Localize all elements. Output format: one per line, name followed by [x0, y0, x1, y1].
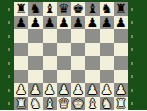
piece-white-king[interactable]: ♚	[72, 97, 84, 110]
square-b1[interactable]: ♞	[28, 97, 42, 111]
piece-black-pawn[interactable]: ♟	[15, 16, 27, 29]
square-a3[interactable]	[14, 70, 28, 84]
square-g2[interactable]: ♟	[100, 83, 114, 97]
square-d6[interactable]	[57, 29, 71, 43]
left-rank-tick-4	[8, 62, 10, 65]
right-rank-tick-3	[131, 75, 133, 78]
square-h1[interactable]: ♜	[114, 97, 128, 111]
square-f1[interactable]: ♝	[85, 97, 99, 111]
piece-white-rook[interactable]: ♜	[115, 97, 127, 110]
piece-white-pawn[interactable]: ♟	[87, 83, 99, 96]
square-d8[interactable]: ♛	[57, 2, 71, 16]
right-rank-tick-4	[131, 62, 133, 65]
square-g7[interactable]: ♟	[100, 16, 114, 30]
left-rank-tick-2	[8, 89, 10, 92]
square-e6[interactable]	[71, 29, 85, 43]
left-rank-tick-6	[8, 35, 10, 38]
square-g6[interactable]	[100, 29, 114, 43]
piece-black-rook[interactable]: ♜	[115, 2, 127, 15]
left-rank-tick-8	[8, 8, 10, 11]
chess-app-window: ♜♞♝♛♚♝♞♜♟♟♟♟♟♟♟♟♟♟♟♟♟♟♟♟♜♞♝♛♚♝♞♜	[0, 0, 147, 110]
square-h5[interactable]	[114, 43, 128, 57]
square-f7[interactable]: ♟	[85, 16, 99, 30]
piece-white-bishop[interactable]: ♝	[44, 97, 56, 110]
left-rank-tick-3	[8, 75, 10, 78]
square-e1[interactable]: ♚	[71, 97, 85, 111]
piece-black-queen[interactable]: ♛	[58, 2, 70, 15]
piece-black-pawn[interactable]: ♟	[101, 16, 113, 29]
square-d5[interactable]	[57, 43, 71, 57]
square-a6[interactable]	[14, 29, 28, 43]
square-e2[interactable]: ♟	[71, 83, 85, 97]
piece-black-knight[interactable]: ♞	[101, 2, 113, 15]
square-b5[interactable]	[28, 43, 42, 57]
piece-white-bishop[interactable]: ♝	[87, 97, 99, 110]
right-rank-tick-1	[131, 102, 133, 105]
left-rank-tick-1	[8, 102, 10, 105]
square-f5[interactable]	[85, 43, 99, 57]
piece-white-pawn[interactable]: ♟	[101, 83, 113, 96]
square-a1[interactable]: ♜	[14, 97, 28, 111]
left-rank-tick-7	[8, 21, 10, 24]
square-a8[interactable]: ♜	[14, 2, 28, 16]
square-g3[interactable]	[100, 70, 114, 84]
square-c1[interactable]: ♝	[43, 97, 57, 111]
square-a5[interactable]	[14, 43, 28, 57]
square-c5[interactable]	[43, 43, 57, 57]
square-f4[interactable]	[85, 56, 99, 70]
square-h4[interactable]	[114, 56, 128, 70]
square-c4[interactable]	[43, 56, 57, 70]
square-e8[interactable]: ♚	[71, 2, 85, 16]
piece-white-rook[interactable]: ♜	[15, 97, 27, 110]
square-a2[interactable]: ♟	[14, 83, 28, 97]
piece-black-pawn[interactable]: ♟	[30, 16, 42, 29]
square-f6[interactable]	[85, 29, 99, 43]
square-h7[interactable]: ♟	[114, 16, 128, 30]
square-b2[interactable]: ♟	[28, 83, 42, 97]
square-e3[interactable]	[71, 70, 85, 84]
piece-black-pawn[interactable]: ♟	[58, 16, 70, 29]
piece-white-pawn[interactable]: ♟	[115, 83, 127, 96]
square-b4[interactable]	[28, 56, 42, 70]
right-rank-tick-8	[131, 8, 133, 11]
piece-black-pawn[interactable]: ♟	[115, 16, 127, 29]
square-h3[interactable]	[114, 70, 128, 84]
square-e7[interactable]: ♟	[71, 16, 85, 30]
piece-black-pawn[interactable]: ♟	[44, 16, 56, 29]
square-d2[interactable]: ♟	[57, 83, 71, 97]
piece-black-bishop[interactable]: ♝	[44, 2, 56, 15]
square-c3[interactable]	[43, 70, 57, 84]
square-g8[interactable]: ♞	[100, 2, 114, 16]
square-b8[interactable]: ♞	[28, 2, 42, 16]
piece-white-knight[interactable]: ♞	[101, 97, 113, 110]
right-rank-tick-5	[131, 48, 133, 51]
square-b6[interactable]	[28, 29, 42, 43]
piece-white-pawn[interactable]: ♟	[72, 83, 84, 96]
square-a7[interactable]: ♟	[14, 16, 28, 30]
chess-board: ♜♞♝♛♚♝♞♜♟♟♟♟♟♟♟♟♟♟♟♟♟♟♟♟♜♞♝♛♚♝♞♜	[14, 2, 128, 110]
square-d4[interactable]	[57, 56, 71, 70]
square-d3[interactable]	[57, 70, 71, 84]
right-rank-tick-2	[131, 89, 133, 92]
square-g4[interactable]	[100, 56, 114, 70]
piece-white-knight[interactable]: ♞	[30, 97, 42, 110]
square-h6[interactable]	[114, 29, 128, 43]
piece-white-queen[interactable]: ♛	[58, 97, 70, 110]
right-rank-tick-6	[131, 35, 133, 38]
piece-black-pawn[interactable]: ♟	[87, 16, 99, 29]
piece-white-pawn[interactable]: ♟	[58, 83, 70, 96]
piece-white-pawn[interactable]: ♟	[44, 83, 56, 96]
piece-black-pawn[interactable]: ♟	[72, 16, 84, 29]
piece-black-king[interactable]: ♚	[72, 2, 84, 15]
left-rank-tick-5	[8, 48, 10, 51]
square-b7[interactable]: ♟	[28, 16, 42, 30]
square-c7[interactable]: ♟	[43, 16, 57, 30]
square-h8[interactable]: ♜	[114, 2, 128, 16]
square-b3[interactable]	[28, 70, 42, 84]
square-e5[interactable]	[71, 43, 85, 57]
square-g5[interactable]	[100, 43, 114, 57]
square-f8[interactable]: ♝	[85, 2, 99, 16]
piece-black-bishop[interactable]: ♝	[87, 2, 99, 15]
piece-white-pawn[interactable]: ♟	[15, 83, 27, 96]
square-f3[interactable]	[85, 70, 99, 84]
square-d1[interactable]: ♛	[57, 97, 71, 111]
square-c8[interactable]: ♝	[43, 2, 57, 16]
square-e4[interactable]	[71, 56, 85, 70]
square-c6[interactable]	[43, 29, 57, 43]
square-g1[interactable]: ♞	[100, 97, 114, 111]
right-rank-tick-7	[131, 21, 133, 24]
square-d7[interactable]: ♟	[57, 16, 71, 30]
piece-black-rook[interactable]: ♜	[15, 2, 27, 15]
square-a4[interactable]	[14, 56, 28, 70]
square-h2[interactable]: ♟	[114, 83, 128, 97]
square-f2[interactable]: ♟	[85, 83, 99, 97]
piece-white-pawn[interactable]: ♟	[30, 83, 42, 96]
square-c2[interactable]: ♟	[43, 83, 57, 97]
piece-black-knight[interactable]: ♞	[30, 2, 42, 15]
